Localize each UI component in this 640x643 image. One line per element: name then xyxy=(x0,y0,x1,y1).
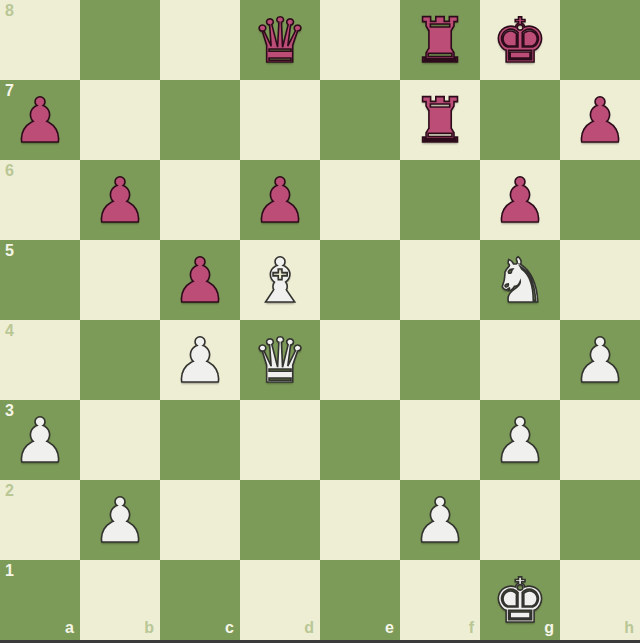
square-d7[interactable] xyxy=(240,80,320,160)
piece-black-pawn-a7[interactable]: ♟ xyxy=(0,80,80,160)
rank-label-8: 8 xyxy=(5,2,14,20)
square-a8[interactable]: 8 xyxy=(0,0,80,80)
square-e2[interactable] xyxy=(320,480,400,560)
chess-board: 8♛♜♚7♟♜♟6♟♟♟5♟♝♞4♟♛♟3♟♟2♟♟1abcdefg♚h xyxy=(0,0,640,640)
square-b8[interactable] xyxy=(80,0,160,80)
piece-black-pawn-c5[interactable]: ♟ xyxy=(160,240,240,320)
square-d6[interactable]: ♟ xyxy=(240,160,320,240)
file-label-a: a xyxy=(65,619,74,637)
square-f2[interactable]: ♟ xyxy=(400,480,480,560)
file-label-h: h xyxy=(624,619,634,637)
square-h1[interactable]: h xyxy=(560,560,640,640)
square-f6[interactable] xyxy=(400,160,480,240)
piece-white-queen-d4[interactable]: ♛ xyxy=(240,320,320,400)
file-label-d: d xyxy=(304,619,314,637)
piece-black-pawn-b6[interactable]: ♟ xyxy=(80,160,160,240)
square-f3[interactable] xyxy=(400,400,480,480)
piece-black-rook-f7[interactable]: ♜ xyxy=(400,80,480,160)
square-c3[interactable] xyxy=(160,400,240,480)
square-c7[interactable] xyxy=(160,80,240,160)
file-label-b: b xyxy=(144,619,154,637)
piece-white-bishop-d5[interactable]: ♝ xyxy=(240,240,320,320)
rank-label-2: 2 xyxy=(5,482,14,500)
square-g5[interactable]: ♞ xyxy=(480,240,560,320)
square-h5[interactable] xyxy=(560,240,640,320)
square-d2[interactable] xyxy=(240,480,320,560)
square-d5[interactable]: ♝ xyxy=(240,240,320,320)
file-label-c: c xyxy=(225,619,234,637)
square-c8[interactable] xyxy=(160,0,240,80)
square-f5[interactable] xyxy=(400,240,480,320)
square-a3[interactable]: 3♟ xyxy=(0,400,80,480)
file-label-f: f xyxy=(469,619,474,637)
square-e1[interactable]: e xyxy=(320,560,400,640)
square-e4[interactable] xyxy=(320,320,400,400)
square-c4[interactable]: ♟ xyxy=(160,320,240,400)
square-f7[interactable]: ♜ xyxy=(400,80,480,160)
piece-black-king-g8[interactable]: ♚ xyxy=(480,0,560,80)
piece-white-king-g1[interactable]: ♚ xyxy=(480,560,560,640)
square-h7[interactable]: ♟ xyxy=(560,80,640,160)
square-c5[interactable]: ♟ xyxy=(160,240,240,320)
square-g7[interactable] xyxy=(480,80,560,160)
piece-white-pawn-a3[interactable]: ♟ xyxy=(0,400,80,480)
square-b5[interactable] xyxy=(80,240,160,320)
square-e3[interactable] xyxy=(320,400,400,480)
square-b2[interactable]: ♟ xyxy=(80,480,160,560)
piece-black-rook-f8[interactable]: ♜ xyxy=(400,0,480,80)
square-e5[interactable] xyxy=(320,240,400,320)
square-d1[interactable]: d xyxy=(240,560,320,640)
square-a5[interactable]: 5 xyxy=(0,240,80,320)
square-e8[interactable] xyxy=(320,0,400,80)
square-a4[interactable]: 4 xyxy=(0,320,80,400)
piece-white-pawn-c4[interactable]: ♟ xyxy=(160,320,240,400)
square-b4[interactable] xyxy=(80,320,160,400)
square-a2[interactable]: 2 xyxy=(0,480,80,560)
piece-white-pawn-b2[interactable]: ♟ xyxy=(80,480,160,560)
square-g4[interactable] xyxy=(480,320,560,400)
square-b3[interactable] xyxy=(80,400,160,480)
square-h4[interactable]: ♟ xyxy=(560,320,640,400)
square-g2[interactable] xyxy=(480,480,560,560)
piece-black-pawn-d6[interactable]: ♟ xyxy=(240,160,320,240)
chess-page: 8♛♜♚7♟♜♟6♟♟♟5♟♝♞4♟♛♟3♟♟2♟♟1abcdefg♚h xyxy=(0,0,640,643)
square-g8[interactable]: ♚ xyxy=(480,0,560,80)
square-d8[interactable]: ♛ xyxy=(240,0,320,80)
square-b7[interactable] xyxy=(80,80,160,160)
square-f4[interactable] xyxy=(400,320,480,400)
piece-black-pawn-g6[interactable]: ♟ xyxy=(480,160,560,240)
square-d3[interactable] xyxy=(240,400,320,480)
square-a6[interactable]: 6 xyxy=(0,160,80,240)
square-f8[interactable]: ♜ xyxy=(400,0,480,80)
rank-label-5: 5 xyxy=(5,242,14,260)
piece-white-pawn-h4[interactable]: ♟ xyxy=(560,320,640,400)
square-g3[interactable]: ♟ xyxy=(480,400,560,480)
piece-black-queen-d8[interactable]: ♛ xyxy=(240,0,320,80)
piece-white-pawn-g3[interactable]: ♟ xyxy=(480,400,560,480)
square-b6[interactable]: ♟ xyxy=(80,160,160,240)
square-e7[interactable] xyxy=(320,80,400,160)
square-f1[interactable]: f xyxy=(400,560,480,640)
square-b1[interactable]: b xyxy=(80,560,160,640)
square-d4[interactable]: ♛ xyxy=(240,320,320,400)
square-g6[interactable]: ♟ xyxy=(480,160,560,240)
square-a1[interactable]: 1a xyxy=(0,560,80,640)
square-a7[interactable]: 7♟ xyxy=(0,80,80,160)
square-e6[interactable] xyxy=(320,160,400,240)
rank-label-6: 6 xyxy=(5,162,14,180)
square-c1[interactable]: c xyxy=(160,560,240,640)
rank-label-4: 4 xyxy=(5,322,14,340)
square-h8[interactable] xyxy=(560,0,640,80)
piece-black-pawn-h7[interactable]: ♟ xyxy=(560,80,640,160)
piece-white-knight-g5[interactable]: ♞ xyxy=(480,240,560,320)
square-c2[interactable] xyxy=(160,480,240,560)
square-h3[interactable] xyxy=(560,400,640,480)
square-h6[interactable] xyxy=(560,160,640,240)
square-c6[interactable] xyxy=(160,160,240,240)
piece-white-pawn-f2[interactable]: ♟ xyxy=(400,480,480,560)
file-label-e: e xyxy=(385,619,394,637)
rank-label-1: 1 xyxy=(5,562,14,580)
square-h2[interactable] xyxy=(560,480,640,560)
square-g1[interactable]: g♚ xyxy=(480,560,560,640)
